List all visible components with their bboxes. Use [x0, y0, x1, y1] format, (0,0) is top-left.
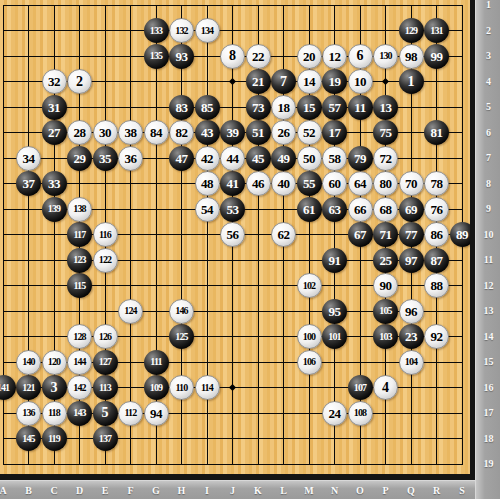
- stone-black-move-13-P5[interactable]: 13: [373, 95, 398, 120]
- stone-white-move-130-P3[interactable]: 130: [373, 44, 398, 69]
- stone-black-move-21-K4[interactable]: 21: [246, 69, 271, 94]
- stone-black-move-57-N5[interactable]: 57: [322, 95, 347, 120]
- stone-black-move-87-R11[interactable]: 87: [424, 248, 449, 273]
- stone-white-move-62-L10[interactable]: 62: [271, 222, 296, 247]
- stone-black-move-105-P13[interactable]: 105: [373, 299, 398, 324]
- row-label-4: 4: [476, 76, 500, 87]
- stone-black-move-61-M9[interactable]: 61: [297, 197, 322, 222]
- stone-white-move-108-O17[interactable]: 108: [348, 401, 373, 426]
- stone-black-move-137-E18[interactable]: 137: [93, 426, 118, 451]
- stone-white-move-86-R10[interactable]: 86: [424, 222, 449, 247]
- stone-white-move-46-K8[interactable]: 46: [246, 171, 271, 196]
- stone-black-move-139-C9[interactable]: 139: [42, 197, 67, 222]
- stone-black-move-97-Q11[interactable]: 97: [399, 248, 424, 273]
- stone-black-move-125-H14[interactable]: 125: [169, 324, 194, 349]
- stone-white-move-132-H2[interactable]: 132: [169, 18, 194, 43]
- stone-white-move-114-I16[interactable]: 114: [195, 375, 220, 400]
- stone-white-move-88-R12[interactable]: 88: [424, 273, 449, 298]
- stone-black-move-35-E7[interactable]: 35: [93, 146, 118, 171]
- stone-white-move-118-C17[interactable]: 118: [42, 401, 67, 426]
- stone-white-move-98-Q3[interactable]: 98: [399, 44, 424, 69]
- stone-black-move-145-B18[interactable]: 145: [16, 426, 41, 451]
- go-board-grid: 1234567810111213141517181920212223242526…: [0, 0, 500, 499]
- stone-black-move-127-E15[interactable]: 127: [93, 350, 118, 375]
- stone-white-move-126-E14[interactable]: 126: [93, 324, 118, 349]
- row-label-6: 6: [476, 127, 500, 138]
- stone-white-move-72-P7[interactable]: 72: [373, 146, 398, 171]
- column-label-M: M: [302, 485, 316, 496]
- row-label-19: 19: [476, 458, 500, 469]
- stone-black-move-31-C5[interactable]: 31: [42, 95, 67, 120]
- stone-black-move-17-N6[interactable]: 17: [322, 120, 347, 145]
- column-label-N: N: [328, 485, 342, 496]
- stone-white-move-8-J3[interactable]: 8: [220, 44, 245, 69]
- row-label-14: 14: [476, 331, 500, 342]
- stone-black-move-117-D10[interactable]: 117: [67, 222, 92, 247]
- stone-white-move-56-J10[interactable]: 56: [220, 222, 245, 247]
- stone-white-move-10-O4[interactable]: 10: [348, 69, 373, 94]
- stone-white-move-106-M15[interactable]: 106: [297, 350, 322, 375]
- grid-line-horizontal-19: [3, 464, 463, 465]
- stone-black-move-111-G15[interactable]: 111: [144, 350, 169, 375]
- column-label-E: E: [98, 485, 112, 496]
- stone-black-move-77-Q10[interactable]: 77: [399, 222, 424, 247]
- stone-black-move-1-Q4[interactable]: 1: [399, 69, 424, 94]
- stone-white-move-24-N17[interactable]: 24: [322, 401, 347, 426]
- row-label-11: 11: [476, 254, 500, 265]
- column-label-J: J: [226, 485, 240, 496]
- stone-black-move-15-M5[interactable]: 15: [297, 95, 322, 120]
- stone-white-move-144-D15[interactable]: 144: [67, 350, 92, 375]
- stone-black-move-123-D11[interactable]: 123: [67, 248, 92, 273]
- stone-black-move-131-R2[interactable]: 131: [424, 18, 449, 43]
- stone-white-move-102-M12[interactable]: 102: [297, 273, 322, 298]
- column-label-C: C: [47, 485, 61, 496]
- stone-black-move-109-G16[interactable]: 109: [144, 375, 169, 400]
- column-label-A: A: [0, 485, 10, 496]
- stone-white-move-66-O9[interactable]: 66: [348, 197, 373, 222]
- stone-black-move-5-E17[interactable]: 5: [93, 401, 118, 426]
- column-label-R: R: [430, 485, 444, 496]
- column-label-S: S: [455, 485, 469, 496]
- stone-black-move-101-N14[interactable]: 101: [322, 324, 347, 349]
- stone-white-move-64-O8[interactable]: 64: [348, 171, 373, 196]
- row-label-7: 7: [476, 152, 500, 163]
- stone-black-move-33-C8[interactable]: 33: [42, 171, 67, 196]
- stone-white-move-96-Q13[interactable]: 96: [399, 299, 424, 324]
- column-label-I: I: [200, 485, 214, 496]
- column-label-F: F: [124, 485, 138, 496]
- row-label-15: 15: [476, 356, 500, 367]
- stone-black-move-41-J8[interactable]: 41: [220, 171, 245, 196]
- stone-white-move-2-D4[interactable]: 2: [67, 69, 92, 94]
- stone-white-move-80-P8[interactable]: 80: [373, 171, 398, 196]
- column-label-O: O: [353, 485, 367, 496]
- stone-black-move-63-N9[interactable]: 63: [322, 197, 347, 222]
- stone-white-move-128-D14[interactable]: 128: [67, 324, 92, 349]
- star-point-J4: [229, 78, 236, 85]
- stone-black-move-99-R3[interactable]: 99: [424, 44, 449, 69]
- stone-black-move-95-N13[interactable]: 95: [322, 299, 347, 324]
- stone-white-move-138-D9[interactable]: 138: [67, 197, 92, 222]
- stone-white-move-4-P16[interactable]: 4: [373, 375, 398, 400]
- stone-white-move-30-E6[interactable]: 30: [93, 120, 118, 145]
- stone-white-move-90-P12[interactable]: 90: [373, 273, 398, 298]
- stone-white-move-54-I9[interactable]: 54: [195, 197, 220, 222]
- stone-white-move-100-M14[interactable]: 100: [297, 324, 322, 349]
- stone-white-move-14-M4[interactable]: 14: [297, 69, 322, 94]
- stone-white-move-68-P9[interactable]: 68: [373, 197, 398, 222]
- stone-white-move-104-Q15[interactable]: 104: [399, 350, 424, 375]
- stone-white-move-142-D16[interactable]: 142: [67, 375, 92, 400]
- stone-black-move-135-G3[interactable]: 135: [144, 44, 169, 69]
- grid-line-horizontal-18: [3, 438, 463, 439]
- stone-white-move-48-I8[interactable]: 48: [195, 171, 220, 196]
- stone-white-move-32-C4[interactable]: 32: [42, 69, 67, 94]
- stone-black-move-27-C6[interactable]: 27: [42, 120, 67, 145]
- stone-white-move-20-M3[interactable]: 20: [297, 44, 322, 69]
- row-label-13: 13: [476, 305, 500, 316]
- stone-white-move-42-I7[interactable]: 42: [195, 146, 220, 171]
- go-game-record-viewer: 1234567810111213141517181920212223242526…: [0, 0, 500, 499]
- stone-black-move-133-G2[interactable]: 133: [144, 18, 169, 43]
- stone-white-move-50-M7[interactable]: 50: [297, 146, 322, 171]
- stone-black-move-3-C16[interactable]: 3: [42, 375, 67, 400]
- stone-black-move-121-B16[interactable]: 121: [16, 375, 41, 400]
- row-coordinates-bar: 12345678910111213141516171819: [475, 0, 500, 499]
- stone-black-move-115-D12[interactable]: 115: [67, 273, 92, 298]
- stone-black-move-71-P10[interactable]: 71: [373, 222, 398, 247]
- stone-black-move-47-H7[interactable]: 47: [169, 146, 194, 171]
- column-coordinates-bar: ABCDEFGHIJKLMNOPQRS: [0, 480, 475, 499]
- stone-white-move-18-L5[interactable]: 18: [271, 95, 296, 120]
- stone-black-move-39-J6[interactable]: 39: [220, 120, 245, 145]
- column-label-H: H: [175, 485, 189, 496]
- stone-white-move-82-H6[interactable]: 82: [169, 120, 194, 145]
- stone-black-move-49-L7[interactable]: 49: [271, 146, 296, 171]
- stone-black-move-67-O10[interactable]: 67: [348, 222, 373, 247]
- stone-white-move-38-F6[interactable]: 38: [118, 120, 143, 145]
- column-label-D: D: [73, 485, 87, 496]
- star-point-P4: [382, 78, 389, 85]
- row-label-1: 1: [476, 0, 500, 10]
- stone-white-move-36-F7[interactable]: 36: [118, 146, 143, 171]
- stone-white-move-76-R9[interactable]: 76: [424, 197, 449, 222]
- stone-black-move-129-Q2[interactable]: 129: [399, 18, 424, 43]
- stone-black-move-81-R6[interactable]: 81: [424, 120, 449, 145]
- stone-white-move-120-C15[interactable]: 120: [42, 350, 67, 375]
- stone-white-move-92-R14[interactable]: 92: [424, 324, 449, 349]
- stone-black-move-69-Q9[interactable]: 69: [399, 197, 424, 222]
- stone-black-move-85-I5[interactable]: 85: [195, 95, 220, 120]
- stone-black-move-11-O5[interactable]: 11: [348, 95, 373, 120]
- column-label-P: P: [379, 485, 393, 496]
- stone-white-move-26-L6[interactable]: 26: [271, 120, 296, 145]
- stone-black-move-107-O16[interactable]: 107: [348, 375, 373, 400]
- row-label-3: 3: [476, 50, 500, 61]
- grid-line-horizontal-1: [3, 5, 463, 6]
- row-label-10: 10: [476, 229, 500, 240]
- column-label-K: K: [251, 485, 265, 496]
- stone-white-move-12-N3[interactable]: 12: [322, 44, 347, 69]
- stone-black-move-79-O7[interactable]: 79: [348, 146, 373, 171]
- column-label-Q: Q: [404, 485, 418, 496]
- stone-white-move-146-H13[interactable]: 146: [169, 299, 194, 324]
- row-label-8: 8: [476, 178, 500, 189]
- stone-white-move-28-D6[interactable]: 28: [67, 120, 92, 145]
- stone-white-move-116-E10[interactable]: 116: [93, 222, 118, 247]
- stone-black-move-143-D17[interactable]: 143: [67, 401, 92, 426]
- stone-white-move-22-K3[interactable]: 22: [246, 44, 271, 69]
- stone-black-move-53-J9[interactable]: 53: [220, 197, 245, 222]
- stone-black-move-55-M8[interactable]: 55: [297, 171, 322, 196]
- row-label-2: 2: [476, 25, 500, 36]
- stone-black-move-93-H3[interactable]: 93: [169, 44, 194, 69]
- row-label-5: 5: [476, 101, 500, 112]
- stone-white-move-70-Q8[interactable]: 70: [399, 171, 424, 196]
- stone-white-move-44-J7[interactable]: 44: [220, 146, 245, 171]
- grid-line-horizontal-2: [3, 30, 463, 31]
- star-point-J16: [229, 384, 236, 391]
- stone-black-move-7-L4[interactable]: 7: [271, 69, 296, 94]
- stone-white-move-110-H16[interactable]: 110: [169, 375, 194, 400]
- column-label-L: L: [277, 485, 291, 496]
- column-label-B: B: [22, 485, 36, 496]
- stone-white-move-58-N7[interactable]: 58: [322, 146, 347, 171]
- stone-white-move-52-M6[interactable]: 52: [297, 120, 322, 145]
- row-label-9: 9: [476, 203, 500, 214]
- stone-white-move-78-R8[interactable]: 78: [424, 171, 449, 196]
- stone-black-move-43-I6[interactable]: 43: [195, 120, 220, 145]
- row-label-18: 18: [476, 433, 500, 444]
- stone-white-move-94-G17[interactable]: 94: [144, 401, 169, 426]
- stone-black-move-29-D7[interactable]: 29: [67, 146, 92, 171]
- stone-black-move-119-C18[interactable]: 119: [42, 426, 67, 451]
- stone-white-move-134-I2[interactable]: 134: [195, 18, 220, 43]
- stone-black-move-73-K5[interactable]: 73: [246, 95, 271, 120]
- stone-black-move-83-H5[interactable]: 83: [169, 95, 194, 120]
- stone-black-move-37-B8[interactable]: 37: [16, 171, 41, 196]
- stone-black-move-75-P6[interactable]: 75: [373, 120, 398, 145]
- stone-black-move-45-K7[interactable]: 45: [246, 146, 271, 171]
- stone-white-move-140-B15[interactable]: 140: [16, 350, 41, 375]
- stone-black-move-113-E16[interactable]: 113: [93, 375, 118, 400]
- stone-white-move-40-L8[interactable]: 40: [271, 171, 296, 196]
- row-label-12: 12: [476, 280, 500, 291]
- stone-white-move-136-B17[interactable]: 136: [16, 401, 41, 426]
- stone-black-move-103-P14[interactable]: 103: [373, 324, 398, 349]
- stone-black-move-91-N11[interactable]: 91: [322, 248, 347, 273]
- stone-white-move-124-F13[interactable]: 124: [118, 299, 143, 324]
- stone-black-move-141-A16[interactable]: 141: [0, 375, 16, 400]
- row-label-16: 16: [476, 382, 500, 393]
- stone-black-move-25-P11[interactable]: 25: [373, 248, 398, 273]
- stone-white-move-34-B7[interactable]: 34: [16, 146, 41, 171]
- stone-white-move-84-G6[interactable]: 84: [144, 120, 169, 145]
- stone-black-move-23-Q14[interactable]: 23: [399, 324, 424, 349]
- column-label-G: G: [149, 485, 163, 496]
- stone-black-move-19-N4[interactable]: 19: [322, 69, 347, 94]
- stone-white-move-122-E11[interactable]: 122: [93, 248, 118, 273]
- stone-black-move-51-K6[interactable]: 51: [246, 120, 271, 145]
- grid-line-vertical-F: [130, 5, 131, 465]
- stone-white-move-60-N8[interactable]: 60: [322, 171, 347, 196]
- stone-white-move-6-O3[interactable]: 6: [348, 44, 373, 69]
- stone-white-move-112-F17[interactable]: 112: [118, 401, 143, 426]
- row-label-17: 17: [476, 407, 500, 418]
